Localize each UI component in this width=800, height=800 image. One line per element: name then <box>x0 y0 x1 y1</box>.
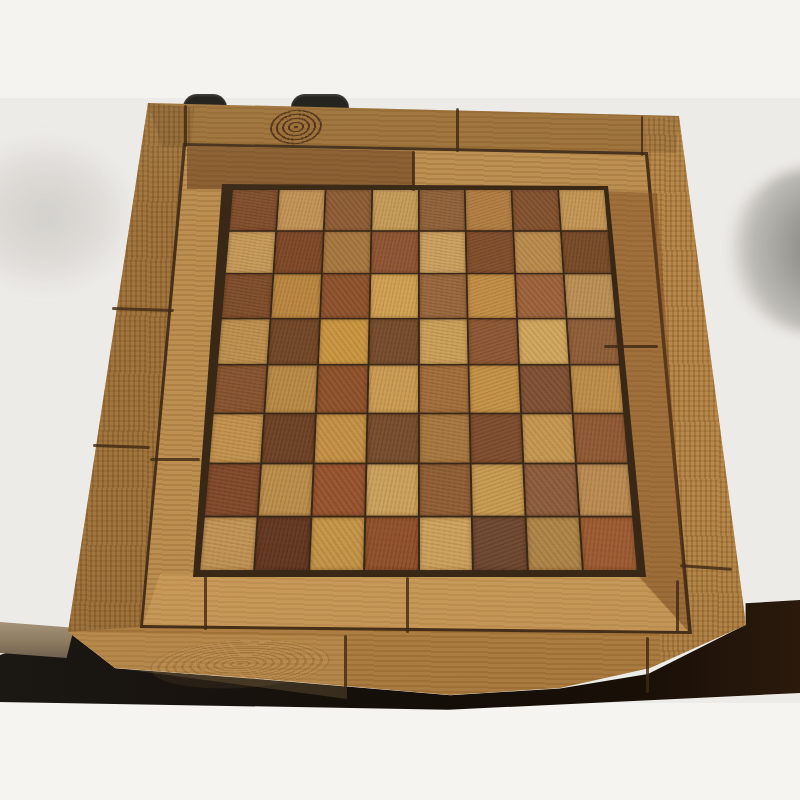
table-edge-strip <box>0 622 74 658</box>
right-shadow-blob <box>728 168 800 333</box>
plank-seam <box>646 637 649 693</box>
plank-seam <box>604 345 658 348</box>
plank-seam <box>344 635 347 695</box>
photo-of-chessboard <box>0 0 800 800</box>
plank-seam <box>204 576 207 630</box>
plank-seam <box>641 116 643 156</box>
plank-seam <box>456 108 459 152</box>
plank-seam <box>676 580 679 632</box>
plank-seam <box>184 105 187 147</box>
plank-seam <box>150 458 200 461</box>
background-floor-strip <box>0 703 800 800</box>
background-wall-strip <box>0 0 800 98</box>
plank-seam <box>406 577 409 633</box>
plank-seam <box>412 151 415 191</box>
